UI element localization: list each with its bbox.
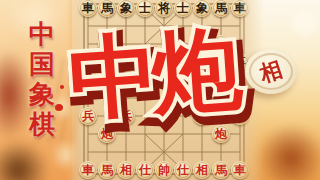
board-piece-red[interactable]: 仕 (136, 161, 154, 179)
banner-character: 中 (29, 21, 55, 48)
board-piece-red[interactable]: 仕 (174, 161, 192, 179)
bokeh-highlight (292, 10, 318, 36)
board-piece-red[interactable]: 馬 (212, 161, 230, 179)
banner-character: 棋 (29, 111, 55, 138)
red-speck (55, 104, 63, 111)
board-piece-red[interactable]: 帥 (155, 161, 173, 179)
board-piece-red[interactable]: 相 (117, 161, 135, 179)
board-piece-red[interactable]: 馬 (98, 161, 116, 179)
decor-piece-character: 相 (256, 54, 286, 89)
blurred-dark-corner (0, 140, 48, 180)
red-speck (60, 85, 64, 89)
banner-character: 国 (29, 51, 55, 78)
video-thumbnail: 車馬象士将士象馬車炮炮卒卒卒卒卒兵兵兵兵兵炮炮車馬相仕帥仕相馬車 相 中 国 象… (0, 0, 320, 180)
banner-character: 象 (29, 81, 55, 108)
decor-xiang-piece: 相 (245, 49, 297, 94)
title-text: 中炮 (66, 23, 238, 124)
blurred-piece (52, 140, 82, 170)
side-banner: 中 国 象 棋 (29, 21, 55, 138)
board-piece-red[interactable]: 相 (193, 161, 211, 179)
